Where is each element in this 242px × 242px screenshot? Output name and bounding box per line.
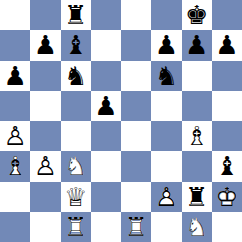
- piece-white-pawn[interactable]: ♟♙: [30, 151, 60, 181]
- square-h7[interactable]: ♟: [212, 30, 242, 60]
- piece-black-pawn[interactable]: ♟: [212, 30, 242, 60]
- piece-white-bishop[interactable]: ♝♗: [0, 151, 30, 181]
- square-e6[interactable]: [121, 61, 151, 91]
- piece-white-rook[interactable]: ♜♖: [121, 212, 151, 242]
- square-a8[interactable]: [0, 0, 30, 30]
- square-b4[interactable]: [30, 121, 60, 151]
- square-h4[interactable]: [212, 121, 242, 151]
- piece-white-pawn[interactable]: ♟♙: [0, 121, 30, 151]
- piece-black-knight[interactable]: ♞: [61, 61, 91, 91]
- square-d6[interactable]: [91, 61, 121, 91]
- square-a7[interactable]: [0, 30, 30, 60]
- square-g3[interactable]: [182, 151, 212, 181]
- square-f7[interactable]: ♟: [151, 30, 181, 60]
- square-g6[interactable]: [182, 61, 212, 91]
- square-b8[interactable]: [30, 0, 60, 30]
- pawn-glyph-outline: ♙: [151, 182, 181, 212]
- piece-black-pawn[interactable]: ♟: [30, 30, 60, 60]
- pawn-glyph: ♟: [91, 91, 121, 121]
- square-a2[interactable]: [0, 182, 30, 212]
- piece-black-rook[interactable]: ♜: [61, 0, 91, 30]
- square-h5[interactable]: [212, 91, 242, 121]
- square-c2[interactable]: ♛♕: [61, 182, 91, 212]
- square-c3[interactable]: ♞♘: [61, 151, 91, 181]
- square-a5[interactable]: [0, 91, 30, 121]
- pawn-glyph: ♟: [212, 30, 242, 60]
- piece-black-bishop[interactable]: ♝: [61, 30, 91, 60]
- piece-black-rook[interactable]: ♜: [182, 182, 212, 212]
- knight-glyph: ♞: [151, 61, 181, 91]
- square-c5[interactable]: [61, 91, 91, 121]
- square-a4[interactable]: ♟♙: [0, 121, 30, 151]
- square-h3[interactable]: ♝: [212, 151, 242, 181]
- square-g1[interactable]: ♞♘: [182, 212, 212, 242]
- bishop-glyph-outline: ♗: [182, 121, 212, 151]
- king-glyph: ♚: [182, 0, 212, 30]
- rook-glyph: ♜: [182, 182, 212, 212]
- square-h2[interactable]: ♚♔: [212, 182, 242, 212]
- queen-glyph-outline: ♕: [61, 182, 91, 212]
- knight-glyph-outline: ♘: [61, 151, 91, 181]
- piece-white-knight[interactable]: ♞♘: [61, 151, 91, 181]
- square-d4[interactable]: [91, 121, 121, 151]
- square-d7[interactable]: [91, 30, 121, 60]
- piece-white-bishop[interactable]: ♝♗: [182, 121, 212, 151]
- square-b2[interactable]: [30, 182, 60, 212]
- square-b6[interactable]: [30, 61, 60, 91]
- piece-black-pawn[interactable]: ♟: [91, 91, 121, 121]
- bishop-glyph: ♝: [61, 30, 91, 60]
- square-b5[interactable]: [30, 91, 60, 121]
- pawn-glyph: ♟: [30, 30, 60, 60]
- king-glyph-outline: ♔: [212, 182, 242, 212]
- square-f2[interactable]: ♟♙: [151, 182, 181, 212]
- piece-white-knight[interactable]: ♞♘: [182, 212, 212, 242]
- square-c4[interactable]: [61, 121, 91, 151]
- square-e3[interactable]: [121, 151, 151, 181]
- square-b7[interactable]: ♟: [30, 30, 60, 60]
- piece-white-rook[interactable]: ♜♖: [61, 212, 91, 242]
- piece-black-king[interactable]: ♚: [182, 0, 212, 30]
- square-g7[interactable]: ♟: [182, 30, 212, 60]
- chess-board: ♜♚♟♝♟♟♟♟♞♞♟♟♙♝♗♝♗♟♙♞♘♝♛♕♟♙♜♚♔♜♖♜♖♞♘: [0, 0, 242, 242]
- square-f6[interactable]: ♞: [151, 61, 181, 91]
- square-d8[interactable]: [91, 0, 121, 30]
- piece-black-pawn[interactable]: ♟: [182, 30, 212, 60]
- square-d3[interactable]: [91, 151, 121, 181]
- piece-black-pawn[interactable]: ♟: [0, 61, 30, 91]
- rook-glyph-outline: ♖: [61, 212, 91, 242]
- square-b3[interactable]: ♟♙: [30, 151, 60, 181]
- bishop-glyph-outline: ♗: [0, 151, 30, 181]
- square-e2[interactable]: [121, 182, 151, 212]
- square-d5[interactable]: ♟: [91, 91, 121, 121]
- square-a6[interactable]: ♟: [0, 61, 30, 91]
- rook-glyph-outline: ♖: [121, 212, 151, 242]
- square-c1[interactable]: ♜♖: [61, 212, 91, 242]
- square-a1[interactable]: [0, 212, 30, 242]
- square-e4[interactable]: [121, 121, 151, 151]
- square-g4[interactable]: ♝♗: [182, 121, 212, 151]
- square-g5[interactable]: [182, 91, 212, 121]
- square-c7[interactable]: ♝: [61, 30, 91, 60]
- pawn-glyph-outline: ♙: [30, 151, 60, 181]
- square-c8[interactable]: ♜: [61, 0, 91, 30]
- square-h8[interactable]: [212, 0, 242, 30]
- piece-white-king[interactable]: ♚♔: [212, 182, 242, 212]
- square-a3[interactable]: ♝♗: [0, 151, 30, 181]
- square-f3[interactable]: [151, 151, 181, 181]
- piece-black-pawn[interactable]: ♟: [151, 30, 181, 60]
- square-e7[interactable]: [121, 30, 151, 60]
- square-e1[interactable]: ♜♖: [121, 212, 151, 242]
- piece-black-bishop[interactable]: ♝: [212, 151, 242, 181]
- pawn-glyph: ♟: [151, 30, 181, 60]
- square-b1[interactable]: [30, 212, 60, 242]
- square-h6[interactable]: [212, 61, 242, 91]
- pawn-glyph: ♟: [182, 30, 212, 60]
- square-g2[interactable]: ♜: [182, 182, 212, 212]
- square-d1[interactable]: [91, 212, 121, 242]
- knight-glyph: ♞: [61, 61, 91, 91]
- piece-black-knight[interactable]: ♞: [151, 61, 181, 91]
- square-f8[interactable]: [151, 0, 181, 30]
- piece-white-queen[interactable]: ♛♕: [61, 182, 91, 212]
- square-d2[interactable]: [91, 182, 121, 212]
- square-g8[interactable]: ♚: [182, 0, 212, 30]
- rook-glyph: ♜: [61, 0, 91, 30]
- square-e8[interactable]: [121, 0, 151, 30]
- square-f1[interactable]: [151, 212, 181, 242]
- square-f5[interactable]: [151, 91, 181, 121]
- piece-white-pawn[interactable]: ♟♙: [151, 182, 181, 212]
- square-e5[interactable]: [121, 91, 151, 121]
- pawn-glyph: ♟: [0, 61, 30, 91]
- pawn-glyph-outline: ♙: [0, 121, 30, 151]
- square-c6[interactable]: ♞: [61, 61, 91, 91]
- bishop-glyph: ♝: [212, 151, 242, 181]
- square-h1[interactable]: [212, 212, 242, 242]
- knight-glyph-outline: ♘: [182, 212, 212, 242]
- square-f4[interactable]: [151, 121, 181, 151]
